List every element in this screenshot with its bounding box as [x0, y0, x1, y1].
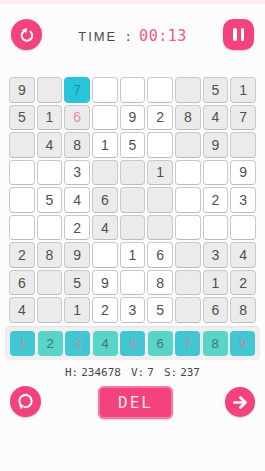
grid-cell-r8c3[interactable]: 5 [64, 270, 90, 296]
grid-cell-r6c9[interactable] [230, 215, 256, 241]
grid-cell-r6c4[interactable]: 4 [92, 215, 118, 241]
grid-cell-r8c4[interactable]: 9 [92, 270, 118, 296]
numpad-button-3[interactable]: 3 [65, 331, 90, 356]
grid-cell-r3c1[interactable] [9, 132, 35, 158]
stats-line: H: 234678 V: 7 S: 237 [0, 365, 265, 379]
grid-cell-r7c4[interactable] [92, 242, 118, 268]
grid-cell-r6c2[interactable] [37, 215, 63, 241]
grid-cell-r2c1[interactable]: 5 [9, 105, 35, 131]
grid-cell-r7c1[interactable]: 2 [9, 242, 35, 268]
grid-cell-r2c3[interactable]: 6 [64, 105, 90, 131]
numpad-button-1[interactable]: 1 [10, 331, 35, 356]
pause-icon [233, 28, 237, 41]
grid-cell-r9c7[interactable] [175, 297, 201, 323]
grid-cell-r9c3[interactable]: 1 [64, 297, 90, 323]
grid-cell-r3c9[interactable] [230, 132, 256, 158]
grid-cell-r1c8[interactable]: 5 [203, 77, 229, 103]
delete-button-label: DEL [118, 393, 153, 412]
grid-cell-r7c5[interactable]: 1 [120, 242, 146, 268]
grid-cell-r1c7[interactable] [175, 77, 201, 103]
grid-cell-r3c6[interactable] [147, 132, 173, 158]
grid-cell-r8c1[interactable]: 6 [9, 270, 35, 296]
grid-cell-r3c8[interactable]: 9 [203, 132, 229, 158]
stat-horizontal: H: 234678 [65, 366, 121, 379]
grid-cell-r4c8[interactable] [203, 160, 229, 186]
pause-button[interactable] [223, 19, 254, 50]
delete-button[interactable]: DEL [98, 386, 173, 419]
grid-cell-r8c6[interactable]: 8 [147, 270, 173, 296]
numpad-button-2[interactable]: 2 [38, 331, 63, 356]
grid-cell-r9c1[interactable]: 4 [9, 297, 35, 323]
grid-cell-r4c9[interactable]: 9 [230, 160, 256, 186]
time-value: 00:13 [139, 27, 187, 45]
stat-horizontal-label: H: [65, 366, 78, 379]
grid-cell-r2c6[interactable]: 2 [147, 105, 173, 131]
numpad-button-9[interactable]: 9 [230, 331, 255, 356]
grid-cell-r5c9[interactable]: 3 [230, 187, 256, 213]
grid-cell-r6c3[interactable]: 2 [64, 215, 90, 241]
grid-cell-r4c2[interactable] [37, 160, 63, 186]
grid-cell-r3c2[interactable]: 4 [37, 132, 63, 158]
grid-cell-r7c7[interactable] [175, 242, 201, 268]
grid-cell-r1c1[interactable]: 9 [9, 77, 35, 103]
grid-cell-r6c7[interactable] [175, 215, 201, 241]
grid-cell-r7c6[interactable]: 6 [147, 242, 173, 268]
numpad-button-5[interactable]: 5 [120, 331, 145, 356]
grid-cell-r1c4[interactable] [92, 77, 118, 103]
grid-cell-r9c2[interactable] [37, 297, 63, 323]
grid-cell-r9c9[interactable]: 8 [230, 297, 256, 323]
grid-cell-r8c8[interactable]: 1 [203, 270, 229, 296]
grid-cell-r1c6[interactable] [147, 77, 173, 103]
arrow-right-icon [231, 393, 250, 412]
grid-cell-r7c3[interactable]: 9 [64, 242, 90, 268]
grid-cell-r4c7[interactable] [175, 160, 201, 186]
grid-cell-r7c2[interactable]: 8 [37, 242, 63, 268]
grid-cell-r1c5[interactable] [120, 77, 146, 103]
sudoku-app: TIME : 00:13 975151692847481593195462324… [0, 0, 265, 471]
grid-cell-r2c9[interactable]: 7 [230, 105, 256, 131]
grid-cell-r2c4[interactable] [92, 105, 118, 131]
numpad-button-4[interactable]: 4 [93, 331, 118, 356]
grid-cell-r8c5[interactable] [120, 270, 146, 296]
grid-cell-r1c2[interactable] [37, 77, 63, 103]
stat-vertical-value: 7 [147, 366, 154, 379]
grid-cell-r6c6[interactable] [147, 215, 173, 241]
grid-cell-r9c8[interactable]: 6 [203, 297, 229, 323]
stat-vertical: V: 7 [131, 366, 154, 379]
sudoku-board: 9751516928474815931954623242891634659812… [9, 77, 256, 323]
grid-cell-r8c7[interactable] [175, 270, 201, 296]
grid-cell-r4c3[interactable]: 3 [64, 160, 90, 186]
grid-cell-r9c4[interactable]: 2 [92, 297, 118, 323]
stat-square-label: S: [164, 366, 177, 379]
stat-square: S: 237 [164, 366, 200, 379]
grid-cell-r3c3[interactable]: 8 [64, 132, 90, 158]
grid-cell-r1c3[interactable]: 7 [64, 77, 90, 103]
numpad-button-8[interactable]: 8 [203, 331, 228, 356]
grid-cell-r5c2[interactable]: 5 [37, 187, 63, 213]
grid-cell-r6c1[interactable] [9, 215, 35, 241]
grid-cell-r9c5[interactable]: 3 [120, 297, 146, 323]
restart-icon [15, 391, 36, 412]
grid-cell-r6c5[interactable] [120, 215, 146, 241]
grid-cell-r3c5[interactable]: 5 [120, 132, 146, 158]
grid-cell-r5c1[interactable] [9, 187, 35, 213]
grid-cell-r7c8[interactable]: 3 [203, 242, 229, 268]
number-pad: 123456789 [5, 326, 260, 360]
grid-cell-r2c5[interactable]: 9 [120, 105, 146, 131]
pause-icon [241, 28, 245, 41]
grid-cell-r5c4[interactable]: 6 [92, 187, 118, 213]
grid-cell-r1c9[interactable]: 1 [230, 77, 256, 103]
grid-cell-r2c7[interactable]: 8 [175, 105, 201, 131]
grid-cell-r5c8[interactable]: 2 [203, 187, 229, 213]
grid-cell-r3c4[interactable]: 1 [92, 132, 118, 158]
grid-cell-r2c8[interactable]: 4 [203, 105, 229, 131]
grid-cell-r5c6[interactable] [147, 187, 173, 213]
grid-cell-r8c9[interactable]: 2 [230, 270, 256, 296]
grid-cell-r3c7[interactable] [175, 132, 201, 158]
numpad-button-6[interactable]: 6 [148, 331, 173, 356]
numpad-button-7[interactable]: 7 [175, 331, 200, 356]
next-button[interactable] [225, 387, 255, 417]
grid-cell-r9c6[interactable]: 5 [147, 297, 173, 323]
grid-cell-r7c9[interactable]: 4 [230, 242, 256, 268]
time-label: TIME [78, 29, 117, 44]
grid-cell-r4c5[interactable] [120, 160, 146, 186]
time-colon: : [124, 29, 132, 44]
stat-square-value: 237 [180, 366, 200, 379]
grid-cell-r2c2[interactable]: 1 [37, 105, 63, 131]
grid-cell-r4c6[interactable]: 1 [147, 160, 173, 186]
grid-cell-r6c8[interactable] [203, 215, 229, 241]
grid-cell-r5c7[interactable] [175, 187, 201, 213]
stat-horizontal-value: 234678 [81, 366, 121, 379]
grid-cell-r5c3[interactable]: 4 [64, 187, 90, 213]
grid-cell-r8c2[interactable] [37, 270, 63, 296]
grid-cell-r4c4[interactable] [92, 160, 118, 186]
grid-cell-r5c5[interactable] [120, 187, 146, 213]
grid-cell-r4c1[interactable] [9, 160, 35, 186]
restart-button[interactable] [10, 386, 41, 417]
stat-vertical-label: V: [131, 366, 144, 379]
top-edge-strip [0, 0, 265, 4]
